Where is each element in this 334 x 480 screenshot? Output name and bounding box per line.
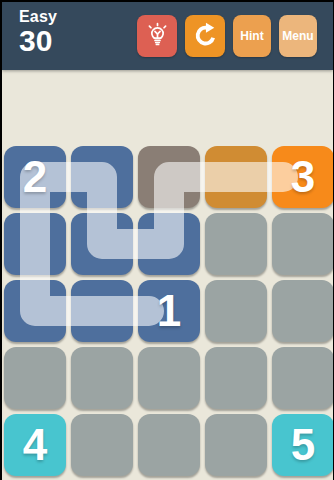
cell-r2c3[interactable] xyxy=(205,280,267,342)
cell-r2c2[interactable]: 1 xyxy=(138,280,200,342)
title-block: Easy 30 xyxy=(19,8,57,56)
cell-r1c3[interactable] xyxy=(205,213,267,275)
cell-r1c1[interactable] xyxy=(71,213,133,275)
header-buttons: Hint Menu xyxy=(137,15,317,57)
board-grid: 23145 xyxy=(4,146,334,476)
cell-r1c4[interactable] xyxy=(272,213,334,275)
header-bar: Easy 30 xyxy=(2,2,333,70)
cell-r2c0[interactable] xyxy=(4,280,66,342)
cell-r3c2[interactable] xyxy=(138,347,200,409)
cell-r4c1[interactable] xyxy=(71,414,133,476)
cell-r1c0[interactable] xyxy=(4,213,66,275)
cell-number: 3 xyxy=(291,155,315,199)
cell-r2c1[interactable] xyxy=(71,280,133,342)
cell-r0c2[interactable] xyxy=(138,146,200,208)
cell-number: 4 xyxy=(23,423,47,467)
cell-r3c0[interactable] xyxy=(4,347,66,409)
cell-r4c3[interactable] xyxy=(205,414,267,476)
cell-r4c4[interactable]: 5 xyxy=(272,414,334,476)
cell-r1c2[interactable] xyxy=(138,213,200,275)
hint-button[interactable]: Hint xyxy=(233,15,271,57)
cell-number: 1 xyxy=(157,289,181,333)
cell-r3c1[interactable] xyxy=(71,347,133,409)
restart-icon xyxy=(192,21,219,51)
cell-r3c4[interactable] xyxy=(272,347,334,409)
cell-r0c0[interactable]: 2 xyxy=(4,146,66,208)
solution-bulb-button[interactable] xyxy=(137,15,177,57)
cell-r0c4[interactable]: 3 xyxy=(272,146,334,208)
level-number: 30 xyxy=(19,26,57,56)
cell-r3c3[interactable] xyxy=(205,347,267,409)
menu-button[interactable]: Menu xyxy=(279,15,317,57)
cell-r4c0[interactable]: 4 xyxy=(4,414,66,476)
cell-r0c3[interactable] xyxy=(205,146,267,208)
cell-r0c1[interactable] xyxy=(71,146,133,208)
restart-button[interactable] xyxy=(185,15,225,57)
lightbulb-icon xyxy=(144,21,171,51)
app-screen: Easy 30 xyxy=(0,0,334,480)
cell-r2c4[interactable] xyxy=(272,280,334,342)
cell-number: 5 xyxy=(291,423,315,467)
cell-r4c2[interactable] xyxy=(138,414,200,476)
cell-number: 2 xyxy=(23,155,47,199)
